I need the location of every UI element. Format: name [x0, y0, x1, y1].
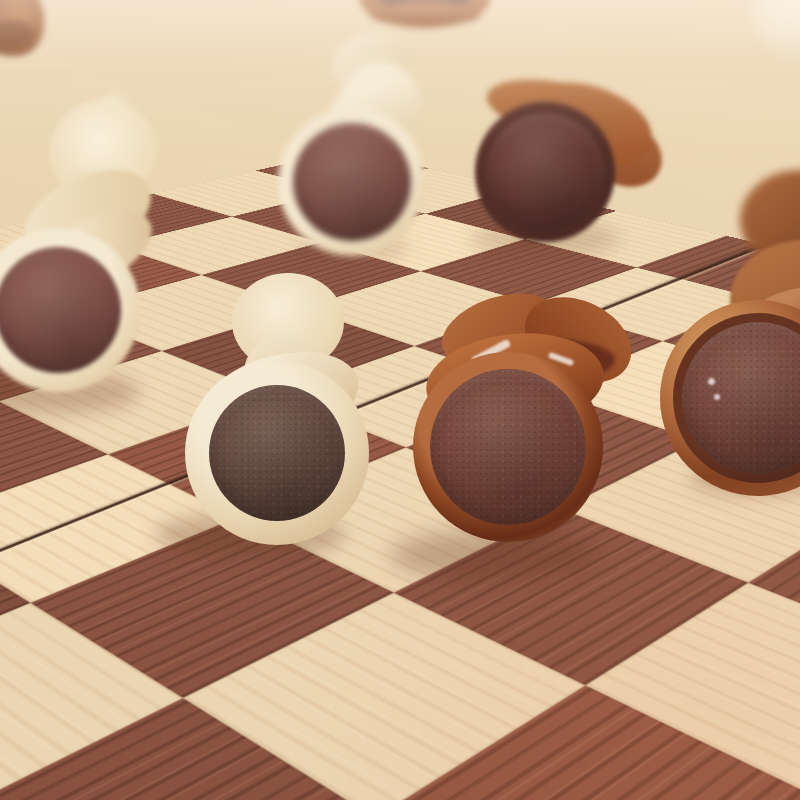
felt-glint — [714, 394, 720, 400]
white-pawn-toppled[interactable] — [175, 260, 415, 570]
chessboard-photo — [0, 0, 800, 800]
piece-felt-base — [486, 113, 604, 231]
dark-piece-toppled-right[interactable] — [660, 230, 800, 520]
piece-felt-base — [209, 385, 345, 521]
piece-body — [752, 0, 800, 58]
dark-rook-toppled[interactable] — [430, 290, 660, 590]
pieces-layer — [0, 0, 800, 800]
dark-piece-fragment-topleft[interactable] — [0, 0, 52, 66]
dark-pawn-toppled[interactable] — [455, 55, 685, 275]
piece-felt-base — [430, 369, 586, 525]
white-piece-toppled-blurred[interactable] — [300, 20, 450, 270]
piece-felt-base — [293, 123, 411, 241]
felt-glint — [708, 378, 715, 385]
piece-felt-base — [0, 247, 121, 373]
white-piece-fragment-topright[interactable] — [752, 0, 800, 64]
